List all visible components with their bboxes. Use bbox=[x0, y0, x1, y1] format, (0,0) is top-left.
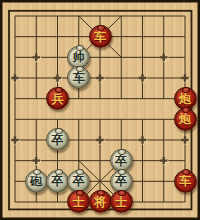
red-soldier-piece[interactable]: 兵 bbox=[46, 87, 69, 110]
xiangqi-board: 车帅车兵炮炮卒卒砲卒卒卒车士将士 bbox=[0, 0, 200, 220]
white-cannon-piece[interactable]: 砲 bbox=[25, 170, 48, 193]
red-general-piece[interactable]: 将 bbox=[89, 190, 112, 213]
red-chariot-piece[interactable]: 车 bbox=[174, 170, 197, 193]
red-advisor-piece[interactable]: 士 bbox=[67, 190, 90, 213]
white-chariot-piece[interactable]: 车 bbox=[67, 66, 90, 89]
pieces-grid: 车帅车兵炮炮卒卒砲卒卒卒车士将士 bbox=[4, 6, 195, 213]
white-soldier-piece[interactable]: 卒 bbox=[46, 128, 69, 151]
red-chariot-piece[interactable]: 车 bbox=[89, 25, 112, 48]
red-advisor-piece[interactable]: 士 bbox=[110, 190, 133, 213]
red-cannon-piece[interactable]: 炮 bbox=[174, 108, 197, 131]
white-soldier-piece[interactable]: 卒 bbox=[46, 170, 69, 193]
